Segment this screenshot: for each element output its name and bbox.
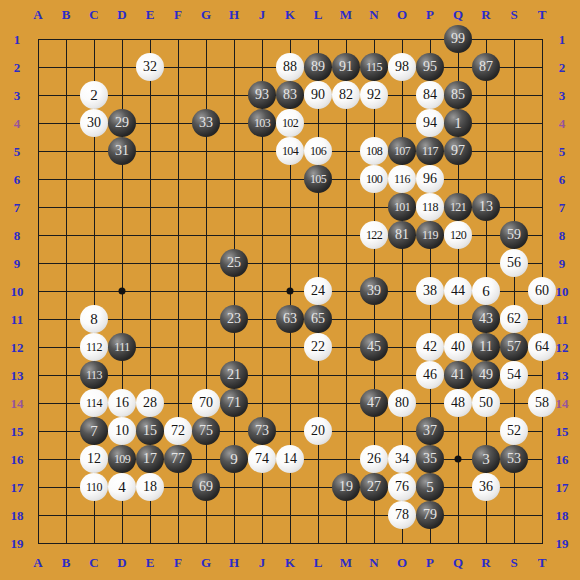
stone-move-number: 98 [395,60,409,74]
stone-white-46-P13[interactable]: 46 [416,361,444,389]
col-label-top-B: B [62,8,71,21]
star-point-K10 [287,288,294,295]
stone-move-number: 70 [199,396,213,410]
stone-black-9-H16[interactable]: 9 [220,445,248,473]
col-label-top-D: D [117,8,126,21]
stone-black-63-K11[interactable]: 63 [276,305,304,333]
stone-white-116-O6[interactable]: 116 [388,165,416,193]
stone-black-45-N12[interactable]: 45 [360,333,388,361]
row-label-left-2: 2 [14,61,21,74]
grid-line-horizontal-18 [38,515,543,516]
stone-move-number: 75 [199,424,213,438]
stone-move-number: 7 [90,424,98,439]
stone-black-7-C15[interactable]: 7 [80,417,108,445]
stone-black-87-R2[interactable]: 87 [472,53,500,81]
stone-move-number: 110 [86,481,102,493]
row-label-right-10: 10 [556,285,569,298]
col-label-bottom-A: A [33,556,42,569]
row-label-left-16: 16 [11,453,24,466]
stone-white-22-L12[interactable]: 22 [304,333,332,361]
stone-move-number: 89 [311,60,325,74]
stone-move-number: 34 [395,452,409,466]
stone-move-number: 3 [482,452,490,467]
stone-black-95-P2[interactable]: 95 [416,53,444,81]
stone-move-number: 39 [367,284,381,298]
stone-move-number: 21 [227,368,241,382]
stone-white-110-C17[interactable]: 110 [80,473,108,501]
stone-white-62-S11[interactable]: 62 [500,305,528,333]
stone-move-number: 71 [227,396,241,410]
col-label-top-S: S [510,8,517,21]
col-label-bottom-G: G [201,556,211,569]
stone-white-54-S13[interactable]: 54 [500,361,528,389]
stone-move-number: 49 [479,368,493,382]
stone-move-number: 100 [366,173,382,185]
stone-white-50-R14[interactable]: 50 [472,389,500,417]
row-label-right-17: 17 [556,481,569,494]
col-label-top-Q: Q [453,8,463,21]
stone-black-93-J3[interactable]: 93 [248,81,276,109]
row-label-left-11: 11 [11,313,23,326]
stone-white-16-D14[interactable]: 16 [108,389,136,417]
col-label-top-L: L [314,8,323,21]
stone-white-114-C14[interactable]: 114 [80,389,108,417]
stone-move-number: 92 [367,88,381,102]
stone-move-number: 102 [282,117,298,129]
stone-black-107-O5[interactable]: 107 [388,137,416,165]
row-label-right-5: 5 [559,145,566,158]
stone-black-11-R12[interactable]: 11 [472,333,500,361]
stone-white-58-T14[interactable]: 58 [528,389,556,417]
stone-black-3-R16[interactable]: 3 [472,445,500,473]
col-label-bottom-T: T [538,556,547,569]
stone-black-47-N14[interactable]: 47 [360,389,388,417]
stone-move-number: 96 [423,172,437,186]
stone-move-number: 106 [310,145,326,157]
stone-move-number: 45 [367,340,381,354]
stone-move-number: 103 [254,117,270,129]
stone-black-121-Q7[interactable]: 121 [444,193,472,221]
col-label-bottom-P: P [426,556,434,569]
row-label-right-19: 19 [556,537,569,550]
stone-move-number: 122 [366,229,382,241]
stone-white-60-T10[interactable]: 60 [528,277,556,305]
stone-move-number: 77 [171,452,185,466]
stone-white-36-R17[interactable]: 36 [472,473,500,501]
stone-move-number: 17 [143,452,157,466]
stone-move-number: 12 [87,452,101,466]
stone-move-number: 53 [507,452,521,466]
stone-white-82-M3[interactable]: 82 [332,81,360,109]
stone-black-27-N17[interactable]: 27 [360,473,388,501]
stone-white-78-O18[interactable]: 78 [388,501,416,529]
col-label-bottom-R: R [481,556,490,569]
col-label-top-A: A [33,8,42,21]
go-board[interactable]: AABBCCDDEEFFGGHHJJKKLLMMNNOOPPQQRRSSTT11… [0,0,580,580]
stone-white-102-K4[interactable]: 102 [276,109,304,137]
stone-black-81-O8[interactable]: 81 [388,221,416,249]
stone-black-33-G4[interactable]: 33 [192,109,220,137]
stone-white-94-P4[interactable]: 94 [416,109,444,137]
stone-white-56-S9[interactable]: 56 [500,249,528,277]
stone-black-83-K3[interactable]: 83 [276,81,304,109]
stone-move-number: 58 [535,396,549,410]
stone-black-97-Q5[interactable]: 97 [444,137,472,165]
stone-move-number: 93 [255,88,269,102]
col-label-bottom-M: M [340,556,352,569]
stone-move-number: 115 [366,61,382,73]
stone-black-113-C13[interactable]: 113 [80,361,108,389]
grid-line-horizontal-19 [38,543,543,544]
stone-white-108-N5[interactable]: 108 [360,137,388,165]
stone-white-96-P6[interactable]: 96 [416,165,444,193]
stone-move-number: 69 [199,480,213,494]
stone-move-number: 109 [114,453,130,465]
row-label-left-18: 18 [11,509,24,522]
stone-white-100-N6[interactable]: 100 [360,165,388,193]
stone-white-88-K2[interactable]: 88 [276,53,304,81]
stone-white-48-Q14[interactable]: 48 [444,389,472,417]
stone-move-number: 30 [87,116,101,130]
stone-black-109-D16[interactable]: 109 [108,445,136,473]
stone-move-number: 81 [395,228,409,242]
row-label-left-17: 17 [11,481,24,494]
stone-black-105-L6[interactable]: 105 [304,165,332,193]
stone-move-number: 40 [451,340,465,354]
stone-move-number: 2 [90,88,98,103]
stone-move-number: 78 [395,508,409,522]
stone-white-74-J16[interactable]: 74 [248,445,276,473]
stone-move-number: 33 [199,116,213,130]
row-label-left-3: 3 [14,89,21,102]
stone-move-number: 47 [367,396,381,410]
col-label-top-J: J [259,8,266,21]
stone-move-number: 14 [283,452,297,466]
stone-white-72-F15[interactable]: 72 [164,417,192,445]
row-label-right-3: 3 [559,89,566,102]
row-label-left-4: 4 [14,117,21,130]
stone-white-118-P7[interactable]: 118 [416,193,444,221]
stone-move-number: 84 [423,88,437,102]
stone-move-number: 63 [283,312,297,326]
row-label-left-15: 15 [11,425,24,438]
stone-white-44-Q10[interactable]: 44 [444,277,472,305]
stone-white-42-P12[interactable]: 42 [416,333,444,361]
row-label-right-14: 14 [556,397,569,410]
stone-black-43-R11[interactable]: 43 [472,305,500,333]
stone-move-number: 62 [507,312,521,326]
col-label-bottom-E: E [146,556,155,569]
row-label-right-12: 12 [556,341,569,354]
row-label-right-18: 18 [556,509,569,522]
stone-white-70-G14[interactable]: 70 [192,389,220,417]
stone-move-number: 37 [423,424,437,438]
stone-white-84-P3[interactable]: 84 [416,81,444,109]
stone-move-number: 38 [423,284,437,298]
row-label-right-13: 13 [556,369,569,382]
stone-black-69-G17[interactable]: 69 [192,473,220,501]
stone-move-number: 76 [395,480,409,494]
stone-white-26-N16[interactable]: 26 [360,445,388,473]
stone-black-65-L11[interactable]: 65 [304,305,332,333]
stone-black-5-P17[interactable]: 5 [416,473,444,501]
stone-move-number: 44 [451,284,465,298]
stone-move-number: 50 [479,396,493,410]
stone-move-number: 43 [479,312,493,326]
row-label-left-6: 6 [14,173,21,186]
col-label-top-C: C [89,8,98,21]
stone-black-115-N2[interactable]: 115 [360,53,388,81]
stone-move-number: 94 [423,116,437,130]
stone-move-number: 73 [255,424,269,438]
col-label-top-K: K [285,8,295,21]
stone-black-79-P18[interactable]: 79 [416,501,444,529]
stone-move-number: 22 [311,340,325,354]
stone-move-number: 116 [394,173,410,185]
stone-white-6-R10[interactable]: 6 [472,277,500,305]
stone-black-17-E16[interactable]: 17 [136,445,164,473]
stone-black-59-S8[interactable]: 59 [500,221,528,249]
stone-move-number: 80 [395,396,409,410]
grid-line-vertical-M [346,39,347,544]
stone-move-number: 99 [451,32,465,46]
stone-move-number: 5 [426,480,434,495]
row-label-left-7: 7 [14,201,21,214]
stone-black-29-D4[interactable]: 29 [108,109,136,137]
stone-black-75-G15[interactable]: 75 [192,417,220,445]
stone-black-23-H11[interactable]: 23 [220,305,248,333]
row-label-right-9: 9 [559,257,566,270]
stone-black-41-Q13[interactable]: 41 [444,361,472,389]
stone-move-number: 18 [143,480,157,494]
stone-move-number: 117 [422,145,438,157]
stone-white-64-T12[interactable]: 64 [528,333,556,361]
stone-move-number: 19 [339,480,353,494]
stone-move-number: 28 [143,396,157,410]
row-label-left-19: 19 [11,537,24,550]
row-label-left-9: 9 [14,257,21,270]
col-label-top-O: O [397,8,407,21]
stone-move-number: 111 [114,341,129,353]
stone-black-25-H9[interactable]: 25 [220,249,248,277]
stone-move-number: 36 [479,480,493,494]
stone-black-99-Q1[interactable]: 99 [444,25,472,53]
stone-move-number: 57 [507,340,521,354]
stone-white-120-Q8[interactable]: 120 [444,221,472,249]
row-label-right-6: 6 [559,173,566,186]
stone-move-number: 52 [507,424,521,438]
stone-move-number: 79 [423,508,437,522]
row-label-left-10: 10 [11,285,24,298]
stone-white-92-N3[interactable]: 92 [360,81,388,109]
stone-move-number: 112 [86,341,102,353]
stone-black-31-D5[interactable]: 31 [108,137,136,165]
stone-move-number: 83 [283,88,297,102]
col-label-top-M: M [340,8,352,21]
row-label-left-1: 1 [14,33,21,46]
col-label-bottom-N: N [369,556,378,569]
stone-white-2-C3[interactable]: 2 [80,81,108,109]
stone-black-85-Q3[interactable]: 85 [444,81,472,109]
stone-move-number: 24 [311,284,325,298]
stone-black-21-H13[interactable]: 21 [220,361,248,389]
col-label-top-T: T [538,8,547,21]
stone-move-number: 60 [535,284,549,298]
stone-move-number: 31 [115,144,129,158]
stone-black-73-J15[interactable]: 73 [248,417,276,445]
stone-white-112-C12[interactable]: 112 [80,333,108,361]
stone-black-13-R7[interactable]: 13 [472,193,500,221]
stone-move-number: 4 [118,480,126,495]
stone-move-number: 88 [283,60,297,74]
col-label-bottom-Q: Q [453,556,463,569]
stone-black-91-M2[interactable]: 91 [332,53,360,81]
stone-move-number: 13 [479,200,493,214]
col-label-bottom-O: O [397,556,407,569]
stone-move-number: 11 [479,340,492,354]
stone-move-number: 82 [339,88,353,102]
stone-move-number: 27 [367,480,381,494]
stone-move-number: 46 [423,368,437,382]
stone-black-35-P16[interactable]: 35 [416,445,444,473]
stone-move-number: 104 [282,145,298,157]
stone-white-80-O14[interactable]: 80 [388,389,416,417]
row-label-left-12: 12 [11,341,24,354]
stone-move-number: 120 [450,229,466,241]
stone-move-number: 101 [394,201,410,213]
stone-white-38-P10[interactable]: 38 [416,277,444,305]
stone-black-1-Q4[interactable]: 1 [444,109,472,137]
stone-move-number: 56 [507,256,521,270]
stone-black-49-R13[interactable]: 49 [472,361,500,389]
col-label-top-F: F [174,8,182,21]
stone-move-number: 35 [423,452,437,466]
stone-move-number: 23 [227,312,241,326]
stone-move-number: 29 [115,116,129,130]
stone-move-number: 90 [311,88,325,102]
col-label-top-R: R [481,8,490,21]
stone-move-number: 59 [507,228,521,242]
stone-black-53-S16[interactable]: 53 [500,445,528,473]
stone-move-number: 9 [230,452,238,467]
stone-move-number: 121 [450,201,466,213]
stone-move-number: 1 [454,116,462,131]
stone-black-77-F16[interactable]: 77 [164,445,192,473]
row-label-left-14: 14 [11,397,24,410]
stone-white-106-L5[interactable]: 106 [304,137,332,165]
stone-move-number: 119 [422,229,438,241]
stone-move-number: 41 [451,368,465,382]
star-point-D10 [119,288,126,295]
stone-white-12-C16[interactable]: 12 [80,445,108,473]
row-label-right-1: 1 [559,33,566,46]
col-label-bottom-C: C [89,556,98,569]
stone-black-71-H14[interactable]: 71 [220,389,248,417]
stone-white-98-O2[interactable]: 98 [388,53,416,81]
stone-move-number: 107 [394,145,410,157]
stone-white-34-O16[interactable]: 34 [388,445,416,473]
stone-move-number: 113 [86,369,102,381]
stone-white-40-Q12[interactable]: 40 [444,333,472,361]
row-label-right-15: 15 [556,425,569,438]
stone-move-number: 8 [90,312,98,327]
stone-move-number: 105 [310,173,326,185]
col-label-top-E: E [146,8,155,21]
stone-white-10-D15[interactable]: 10 [108,417,136,445]
stone-move-number: 26 [367,452,381,466]
stone-black-117-P5[interactable]: 117 [416,137,444,165]
stone-black-39-N10[interactable]: 39 [360,277,388,305]
col-label-bottom-H: H [229,556,239,569]
row-label-right-2: 2 [559,61,566,74]
stone-move-number: 16 [115,396,129,410]
stone-move-number: 114 [86,397,102,409]
stone-move-number: 42 [423,340,437,354]
stone-move-number: 54 [507,368,521,382]
star-point-Q16 [455,456,462,463]
stone-move-number: 85 [451,88,465,102]
stone-black-19-M17[interactable]: 19 [332,473,360,501]
stone-move-number: 72 [171,424,185,438]
stone-move-number: 32 [143,60,157,74]
stone-black-119-P8[interactable]: 119 [416,221,444,249]
stone-white-20-L15[interactable]: 20 [304,417,332,445]
stone-white-8-C11[interactable]: 8 [80,305,108,333]
stone-move-number: 48 [451,396,465,410]
stone-black-37-P15[interactable]: 37 [416,417,444,445]
stone-white-52-S15[interactable]: 52 [500,417,528,445]
stone-move-number: 25 [227,256,241,270]
stone-white-28-E14[interactable]: 28 [136,389,164,417]
stone-move-number: 97 [451,144,465,158]
stone-black-103-J4[interactable]: 103 [248,109,276,137]
stone-black-15-E15[interactable]: 15 [136,417,164,445]
stone-move-number: 64 [535,340,549,354]
col-label-bottom-J: J [259,556,266,569]
stone-white-30-C4[interactable]: 30 [80,109,108,137]
stone-white-18-E17[interactable]: 18 [136,473,164,501]
stone-white-32-E2[interactable]: 32 [136,53,164,81]
stone-move-number: 20 [311,424,325,438]
col-label-top-N: N [369,8,378,21]
stone-move-number: 108 [366,145,382,157]
stone-white-122-N8[interactable]: 122 [360,221,388,249]
stone-white-104-K5[interactable]: 104 [276,137,304,165]
stone-black-57-S12[interactable]: 57 [500,333,528,361]
row-label-left-13: 13 [11,369,24,382]
stone-white-4-D17[interactable]: 4 [108,473,136,501]
stone-black-111-D12[interactable]: 111 [108,333,136,361]
row-label-right-11: 11 [556,313,568,326]
stone-white-24-L10[interactable]: 24 [304,277,332,305]
stone-move-number: 15 [143,424,157,438]
col-label-bottom-S: S [510,556,517,569]
col-label-bottom-L: L [314,556,323,569]
stone-white-76-O17[interactable]: 76 [388,473,416,501]
row-label-left-5: 5 [14,145,21,158]
row-label-left-8: 8 [14,229,21,242]
stone-black-89-L2[interactable]: 89 [304,53,332,81]
stone-move-number: 91 [339,60,353,74]
col-label-top-G: G [201,8,211,21]
row-label-right-7: 7 [559,201,566,214]
col-label-bottom-B: B [62,556,71,569]
stone-move-number: 74 [255,452,269,466]
stone-white-14-K16[interactable]: 14 [276,445,304,473]
col-label-top-H: H [229,8,239,21]
stone-white-90-L3[interactable]: 90 [304,81,332,109]
stone-black-101-O7[interactable]: 101 [388,193,416,221]
